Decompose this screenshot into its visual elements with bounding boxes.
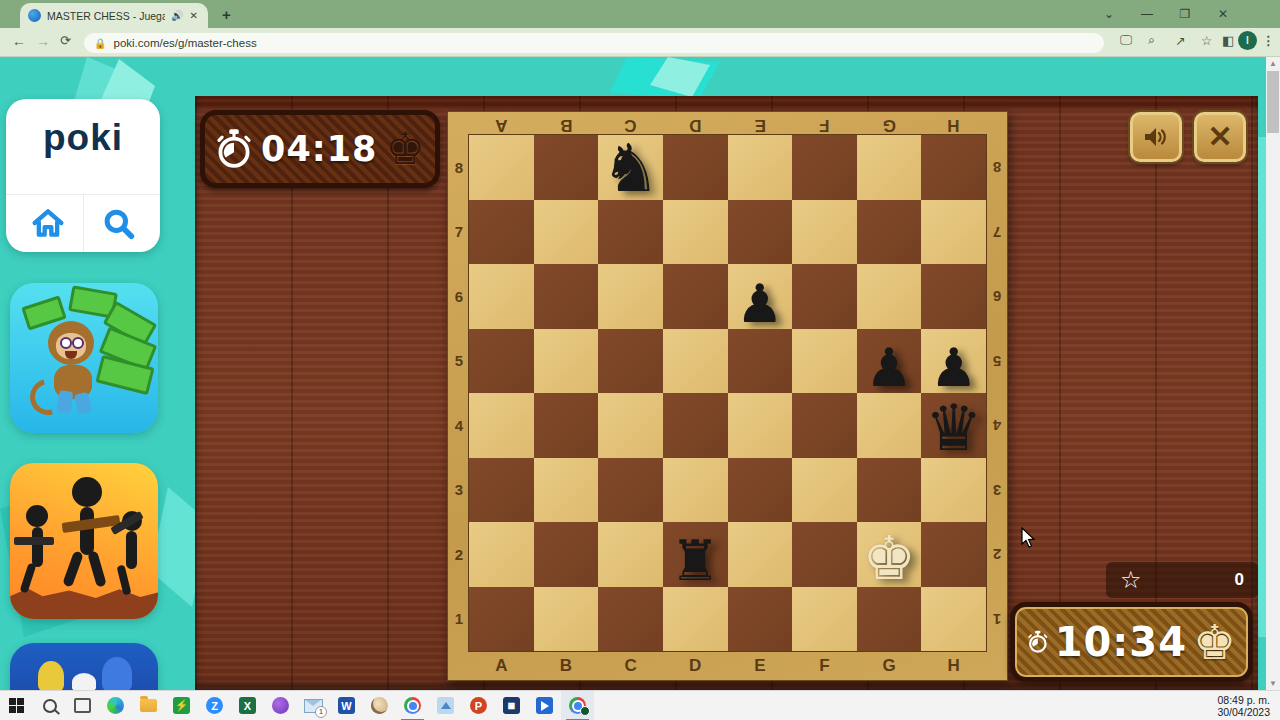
scroll-down-icon[interactable]: ▼ [1266,677,1280,690]
square-f2[interactable] [792,522,857,587]
stickman-head [72,477,102,507]
square-d5[interactable] [663,329,728,394]
taskbar-word[interactable]: W [330,691,363,720]
square-a6[interactable] [469,264,534,329]
edge-icon [107,697,124,714]
coord-label: 8 [449,135,469,200]
square-f6[interactable] [792,264,857,329]
square-h6[interactable] [921,264,986,329]
black-clock-panel: 04:18 ♚ [200,110,440,188]
stickman-leg [20,562,37,593]
coord-label: 5 [449,329,469,394]
black-rook[interactable]: ♜ [663,522,728,587]
square-d1[interactable] [663,587,728,652]
lock-icon: 🔒 [94,38,106,49]
scan-app-icon [536,697,553,714]
square-h4[interactable]: ♛ [921,393,986,458]
stickman-leg [62,550,84,587]
taskbar-powerpoint[interactable]: P [462,691,495,720]
coord-label: A [469,113,534,135]
forward-icon[interactable]: → [36,33,50,49]
task-view-icon [74,698,91,713]
stickman-leg [87,550,107,587]
zoom-icon[interactable]: ⌕ [1148,33,1155,48]
coord-label: E [728,653,793,681]
stickman-body [32,527,43,567]
square-d3[interactable] [663,458,728,523]
square-c3[interactable] [598,458,663,523]
square-a3[interactable] [469,458,534,523]
coord-label: 6 [987,264,1007,329]
taskbar-app-green[interactable]: ⚡ [165,691,198,720]
close-x-icon: ✕ [1207,122,1232,152]
square-e5[interactable] [728,329,793,394]
square-d4[interactable] [663,393,728,458]
ranks-left: 87654321 [449,135,469,651]
square-c7[interactable] [598,200,663,265]
coord-label: H [921,653,986,681]
clock-time: 08:49 p. m. [1217,694,1270,706]
coord-label: 7 [987,200,1007,265]
square-a2[interactable] [469,522,534,587]
ranks-right: 87654321 [987,135,1007,651]
reload-icon[interactable]: ⟳ [60,33,71,48]
square-e2[interactable] [728,522,793,587]
coord-label: G [857,113,922,135]
coord-label: 4 [449,393,469,458]
stopwatch-icon [215,128,253,170]
files-bottom: ABCDEFGH [469,653,986,681]
square-g8[interactable] [857,135,922,200]
black-pawn[interactable]: ♟ [921,329,986,394]
coord-label: 2 [449,522,469,587]
coord-label: F [792,113,857,135]
coord-label: 6 [449,264,469,329]
square-g5[interactable]: ♟ [857,329,922,394]
square-f3[interactable] [792,458,857,523]
profile-avatar[interactable]: I [1238,31,1257,50]
taskbar-clock[interactable]: 08:49 p. m. 30/04/2023 [1217,694,1280,718]
poki-page: poki [0,57,1280,690]
square-d8[interactable] [663,135,728,200]
square-e4[interactable] [728,393,793,458]
chrome-icon [404,697,421,714]
square-e6[interactable]: ♟ [728,264,793,329]
task-view-button[interactable] [66,691,99,720]
page-scrollbar[interactable]: ▲ ▼ [1266,57,1280,690]
search-icon[interactable] [98,203,138,243]
game-thumbnail-ludo[interactable] [10,643,158,690]
coord-label: A [469,653,534,681]
taskbar-search[interactable] [33,691,66,720]
square-c8[interactable]: ♞ [598,135,663,200]
taskbar-paint[interactable] [363,691,396,720]
tab-title: MASTER CHESS - Juega Ma [47,10,165,22]
clock-date: 30/04/2023 [1217,706,1270,718]
square-h7[interactable] [921,200,986,265]
square-d6[interactable] [663,264,728,329]
square-a4[interactable] [469,393,534,458]
square-d2[interactable]: ♜ [663,522,728,587]
taskbar-edge[interactable] [99,691,132,720]
taskbar-app-purple[interactable] [264,691,297,720]
excel-icon: X [239,697,256,714]
chess-board: ABCDEFGH ABCDEFGH 87654321 87654321 ♞♟♟♟… [447,111,1008,681]
taskbar-chrome-2[interactable] [561,691,594,720]
store-icon: ▦ [503,697,520,714]
black-pawn[interactable]: ♟ [857,329,922,394]
ground [10,581,158,619]
score-bar: ☆ 0 [1106,562,1258,598]
taskbar-file-explorer[interactable] [132,691,165,720]
taskbar-scan-app[interactable] [528,691,561,720]
taskbar-chrome-1[interactable] [396,691,429,720]
coord-label: B [534,113,599,135]
coord-label: 8 [987,135,1007,200]
stickman-gun [14,537,54,545]
ludo-pawn-blue [102,657,132,690]
square-b1[interactable] [534,587,599,652]
coord-label: E [728,113,793,135]
square-e1[interactable] [728,587,793,652]
square-b4[interactable] [534,393,599,458]
white-king-badge-icon: ♚ [1193,618,1236,666]
square-e7[interactable] [728,200,793,265]
square-g1[interactable] [857,587,922,652]
menu-kebab-icon[interactable]: ⋮ [1262,33,1275,48]
square-h1[interactable] [921,587,986,652]
zoom-z-icon: Z [206,697,223,714]
square-b7[interactable] [534,200,599,265]
square-g4[interactable] [857,393,922,458]
powerpoint-icon: P [470,697,487,714]
square-b3[interactable] [534,458,599,523]
coord-label: 1 [987,587,1007,652]
game-thumbnail-stickman-army[interactable] [10,463,158,619]
sidepanel-icon[interactable]: ◧ [1222,33,1234,48]
monkey-leg [74,392,92,415]
purple-app-icon [272,697,289,714]
scroll-up-icon[interactable]: ▲ [1266,57,1280,70]
paint-palette-icon [371,697,388,714]
monkey-eye [60,337,72,349]
new-tab-button[interactable]: + [222,6,231,23]
coord-label: 4 [987,393,1007,458]
divider [83,195,84,252]
square-a1[interactable] [469,587,534,652]
ludo-pawn-white [72,673,96,690]
window-controls: ⌄ — ❐ ✕ [1090,0,1242,28]
black-pawn[interactable]: ♟ [728,264,793,329]
chrome-badge [580,706,590,716]
tab-audio-icon[interactable]: 🔊 [171,10,183,21]
white-king[interactable]: ♚ [857,522,922,587]
square-g7[interactable] [857,200,922,265]
window-menu-icon[interactable]: ⌄ [1090,7,1128,21]
square-h5[interactable]: ♟ [921,329,986,394]
game-area: 04:18 ♚ ✕ ABCDEFGH ABCDEFGH 87654321 [195,96,1258,690]
game-thumbnail-monkey-money[interactable] [10,283,158,433]
coord-label: 3 [987,458,1007,523]
square-e3[interactable] [728,458,793,523]
browser-tab-strip: MASTER CHESS - Juega Ma 🔊 ✕ + ⌄ — ❐ ✕ [0,0,1280,28]
square-f4[interactable] [792,393,857,458]
coord-label: B [534,653,599,681]
start-button[interactable] [0,691,33,720]
window-minimize-icon[interactable]: — [1128,7,1166,21]
lightning-app-icon: ⚡ [173,697,190,714]
files-top: ABCDEFGH [469,113,986,135]
poki-logo: poki [6,117,160,159]
poki-card: poki [6,99,160,252]
stickman-head [26,505,48,527]
sound-button[interactable] [1130,112,1182,162]
square-c4[interactable] [598,393,663,458]
black-knight[interactable]: ♞ [598,135,663,200]
home-icon[interactable] [28,203,68,243]
mail-badge: 1 [315,706,327,718]
scrollbar-thumb[interactable] [1267,71,1279,133]
square-b6[interactable] [534,264,599,329]
windows-taskbar: ⚡ Z X 1 W P ▦ 08:49 p. m. 30/04/2023 [0,690,1280,720]
bookmark-star-icon[interactable]: ☆ [1201,33,1212,48]
square-h2[interactable] [921,522,986,587]
square-f1[interactable] [792,587,857,652]
coord-label: D [663,653,728,681]
coord-label: 7 [449,200,469,265]
taskbar-photos[interactable] [429,691,462,720]
square-h8[interactable] [921,135,986,200]
tab-close-icon[interactable]: ✕ [189,10,197,21]
photos-icon [437,697,454,714]
square-g6[interactable] [857,264,922,329]
square-a8[interactable] [469,135,534,200]
taskbar-zoom[interactable]: Z [198,691,231,720]
square-e8[interactable] [728,135,793,200]
coord-label: C [598,653,663,681]
square-g3[interactable] [857,458,922,523]
search-icon [43,699,57,713]
speaker-icon [1142,125,1170,149]
square-d7[interactable] [663,200,728,265]
square-a7[interactable] [469,200,534,265]
square-c1[interactable] [598,587,663,652]
square-f5[interactable] [792,329,857,394]
square-a5[interactable] [469,329,534,394]
screen: MASTER CHESS - Juega Ma 🔊 ✕ + ⌄ — ❐ ✕ ← … [0,0,1280,720]
coord-label: 2 [987,522,1007,587]
square-h3[interactable] [921,458,986,523]
poki-favicon [28,9,41,22]
coord-label: G [857,653,922,681]
install-icon[interactable]: 🖵 [1120,33,1132,48]
decor-shape [1258,137,1266,637]
taskbar-store[interactable]: ▦ [495,691,528,720]
word-icon: W [338,697,355,714]
black-timer: 04:18 [259,129,380,169]
square-b8[interactable] [534,135,599,200]
coord-label: 3 [449,458,469,523]
taskbar-mail[interactable]: 1 [297,691,330,720]
stopwatch-icon [1027,620,1049,664]
close-button[interactable]: ✕ [1194,112,1246,162]
square-b2[interactable] [534,522,599,587]
window-close-icon[interactable]: ✕ [1204,7,1242,21]
black-king-badge-icon: ♚ [386,127,425,171]
coord-label: 5 [987,329,1007,394]
coord-label: D [663,113,728,135]
coord-label: F [792,653,857,681]
black-queen[interactable]: ♛ [921,393,986,458]
window-restore-icon[interactable]: ❐ [1166,7,1204,21]
square-c6[interactable] [598,264,663,329]
mouse-cursor [1021,527,1037,549]
address-bar[interactable]: 🔒 poki.com/es/g/master-chess [84,33,1104,53]
square-g2[interactable]: ♚ [857,522,922,587]
taskbar-excel[interactable]: X [231,691,264,720]
monkey-eye [72,337,84,349]
ludo-pawn-yellow [38,661,64,690]
browser-tab[interactable]: MASTER CHESS - Juega Ma 🔊 ✕ [20,3,208,28]
stickman-body [126,531,137,569]
board-grid: ♞♟♟♟♛♜♚ [469,135,986,651]
square-b5[interactable] [534,329,599,394]
url-text[interactable]: poki.com/es/g/master-chess [113,37,256,49]
square-f7[interactable] [792,200,857,265]
folder-icon [140,699,157,712]
square-c5[interactable] [598,329,663,394]
square-c2[interactable] [598,522,663,587]
square-f8[interactable] [792,135,857,200]
score-star-icon: ☆ [1120,568,1142,592]
windows-logo-icon [9,698,24,713]
stickman-body [80,507,94,555]
score-value: 0 [1142,570,1244,590]
white-clock-panel: 10:34 ♚ [1010,602,1253,682]
coord-label: H [921,113,986,135]
white-timer: 10:34 [1055,619,1187,665]
back-icon[interactable]: ← [12,33,26,49]
coord-label: 1 [449,587,469,652]
share-icon[interactable]: ↗ [1175,33,1185,48]
